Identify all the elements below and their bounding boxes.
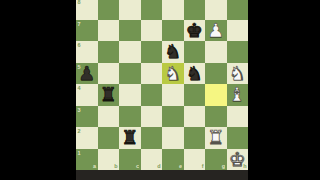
square-c2[interactable]: ♜ xyxy=(119,127,141,149)
square-d1[interactable]: d xyxy=(141,149,163,171)
file-label-g: g xyxy=(222,163,225,169)
video-frame: 87♚♟6♞5♟♞♞♞4♜♝32♜♜1abcdefgh♚ xyxy=(0,0,320,180)
square-c4[interactable] xyxy=(119,84,141,106)
black-knight[interactable]: ♞ xyxy=(184,63,206,85)
white-pawn[interactable]: ♟ xyxy=(205,20,227,42)
square-b7[interactable] xyxy=(98,20,120,42)
rank-label-2: 2 xyxy=(78,128,81,134)
file-label-a: a xyxy=(93,163,96,169)
square-f2[interactable] xyxy=(184,127,206,149)
square-a4[interactable]: 4 xyxy=(76,84,98,106)
square-h4[interactable]: ♝ xyxy=(227,84,249,106)
letterbox-right xyxy=(248,0,320,180)
square-a6[interactable]: 6 xyxy=(76,41,98,63)
square-b5[interactable] xyxy=(98,63,120,85)
square-e7[interactable] xyxy=(162,20,184,42)
square-b4[interactable]: ♜ xyxy=(98,84,120,106)
rank-label-4: 4 xyxy=(78,85,81,91)
square-e8[interactable] xyxy=(162,0,184,20)
square-h1[interactable]: h♚ xyxy=(227,149,249,171)
file-label-d: d xyxy=(157,163,160,169)
square-a2[interactable]: 2 xyxy=(76,127,98,149)
rank-label-3: 3 xyxy=(78,107,81,113)
black-knight[interactable]: ♞ xyxy=(162,41,184,63)
rank-label-8: 8 xyxy=(78,0,81,5)
square-d5[interactable] xyxy=(141,63,163,85)
file-label-f: f xyxy=(202,163,204,169)
chess-board: 87♚♟6♞5♟♞♞♞4♜♝32♜♜1abcdefgh♚ xyxy=(76,0,248,170)
black-king[interactable]: ♚ xyxy=(184,20,206,42)
square-c1[interactable]: c xyxy=(119,149,141,171)
square-g5[interactable] xyxy=(205,63,227,85)
square-b3[interactable] xyxy=(98,106,120,128)
square-a5[interactable]: 5♟ xyxy=(76,63,98,85)
square-e4[interactable] xyxy=(162,84,184,106)
square-e2[interactable] xyxy=(162,127,184,149)
square-f5[interactable]: ♞ xyxy=(184,63,206,85)
square-f8[interactable] xyxy=(184,0,206,20)
black-pawn[interactable]: ♟ xyxy=(76,63,98,85)
rank-label-7: 7 xyxy=(78,21,81,27)
rank-label-6: 6 xyxy=(78,42,81,48)
square-a3[interactable]: 3 xyxy=(76,106,98,128)
square-g6[interactable] xyxy=(205,41,227,63)
square-e5[interactable]: ♞ xyxy=(162,63,184,85)
white-knight[interactable]: ♞ xyxy=(227,63,249,85)
square-b8[interactable] xyxy=(98,0,120,20)
square-a1[interactable]: 1a xyxy=(76,149,98,171)
square-c5[interactable] xyxy=(119,63,141,85)
square-h3[interactable] xyxy=(227,106,249,128)
square-g3[interactable] xyxy=(205,106,227,128)
square-g7[interactable]: ♟ xyxy=(205,20,227,42)
square-b6[interactable] xyxy=(98,41,120,63)
file-label-e: e xyxy=(179,163,182,169)
square-g1[interactable]: g xyxy=(205,149,227,171)
square-g8[interactable] xyxy=(205,0,227,20)
square-d8[interactable] xyxy=(141,0,163,20)
square-h7[interactable] xyxy=(227,20,249,42)
white-bishop[interactable]: ♝ xyxy=(227,84,249,106)
square-g4[interactable] xyxy=(205,84,227,106)
square-c6[interactable] xyxy=(119,41,141,63)
square-d7[interactable] xyxy=(141,20,163,42)
letterbox-left xyxy=(0,0,76,180)
file-label-c: c xyxy=(136,163,139,169)
square-h6[interactable] xyxy=(227,41,249,63)
square-c7[interactable] xyxy=(119,20,141,42)
square-d4[interactable] xyxy=(141,84,163,106)
square-g2[interactable]: ♜ xyxy=(205,127,227,149)
square-h5[interactable]: ♞ xyxy=(227,63,249,85)
square-d6[interactable] xyxy=(141,41,163,63)
area-below-board xyxy=(76,170,248,180)
black-rook[interactable]: ♜ xyxy=(98,84,120,106)
square-f4[interactable] xyxy=(184,84,206,106)
square-c8[interactable] xyxy=(119,0,141,20)
rank-label-1: 1 xyxy=(78,150,81,156)
square-h2[interactable] xyxy=(227,127,249,149)
square-e6[interactable]: ♞ xyxy=(162,41,184,63)
square-a8[interactable]: 8 xyxy=(76,0,98,20)
square-h8[interactable] xyxy=(227,0,249,20)
square-f7[interactable]: ♚ xyxy=(184,20,206,42)
square-a7[interactable]: 7 xyxy=(76,20,98,42)
white-knight[interactable]: ♞ xyxy=(162,63,184,85)
square-b2[interactable] xyxy=(98,127,120,149)
white-rook[interactable]: ♜ xyxy=(205,127,227,149)
square-f6[interactable] xyxy=(184,41,206,63)
square-f3[interactable] xyxy=(184,106,206,128)
black-rook[interactable]: ♜ xyxy=(119,127,141,149)
square-d3[interactable] xyxy=(141,106,163,128)
file-label-b: b xyxy=(114,163,117,169)
square-c3[interactable] xyxy=(119,106,141,128)
white-king[interactable]: ♚ xyxy=(227,149,249,171)
square-e1[interactable]: e xyxy=(162,149,184,171)
square-b1[interactable]: b xyxy=(98,149,120,171)
square-e3[interactable] xyxy=(162,106,184,128)
square-f1[interactable]: f xyxy=(184,149,206,171)
square-d2[interactable] xyxy=(141,127,163,149)
